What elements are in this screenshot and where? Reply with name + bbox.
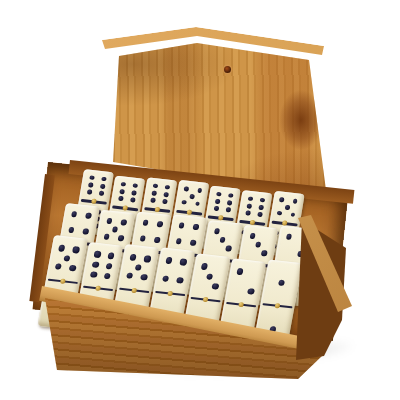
domino-half bbox=[225, 260, 266, 303]
pip-dot bbox=[165, 257, 173, 264]
pip-dot bbox=[162, 275, 170, 282]
pip-dot bbox=[144, 255, 152, 262]
brass-spinner bbox=[167, 291, 173, 296]
domino-half bbox=[175, 181, 209, 212]
pip-dot bbox=[126, 272, 134, 279]
brass-spinner bbox=[203, 297, 209, 302]
pip-dot bbox=[103, 273, 111, 280]
pip-dot bbox=[195, 201, 200, 206]
pip-dot bbox=[278, 279, 286, 286]
pip-dot bbox=[292, 199, 297, 204]
pip-dot bbox=[129, 254, 137, 261]
pip-dot bbox=[175, 238, 181, 244]
pip-dot bbox=[92, 261, 100, 268]
pip-dot bbox=[258, 205, 263, 210]
pip-dot bbox=[105, 263, 113, 270]
pip-dot bbox=[178, 222, 184, 228]
pip-dot bbox=[54, 263, 62, 270]
box-base bbox=[40, 160, 370, 390]
pip-dot bbox=[279, 197, 284, 202]
pip-dot bbox=[176, 277, 184, 284]
pip-dot bbox=[153, 183, 158, 188]
pip-dot bbox=[162, 199, 167, 204]
pip-dot bbox=[112, 227, 118, 233]
pip-dot bbox=[189, 194, 194, 199]
pip-dot bbox=[103, 234, 109, 240]
pip-dot bbox=[142, 220, 148, 226]
pip-dot bbox=[69, 265, 77, 272]
pip-dot bbox=[106, 218, 112, 224]
domino-half bbox=[154, 249, 195, 292]
pip-dot bbox=[130, 197, 135, 202]
pip-dot bbox=[247, 288, 255, 295]
pip-dot bbox=[227, 200, 232, 205]
pip-dot bbox=[83, 229, 89, 235]
brass-spinner bbox=[95, 285, 101, 290]
pip-dot bbox=[58, 245, 66, 252]
pip-dot bbox=[184, 187, 189, 192]
pip-dot bbox=[87, 189, 92, 194]
pip-dot bbox=[257, 212, 262, 217]
pip-dot bbox=[132, 183, 137, 188]
pip-dot bbox=[290, 212, 295, 217]
pip-dot bbox=[286, 234, 292, 240]
domino-half bbox=[189, 255, 230, 298]
pip-dot bbox=[246, 203, 251, 208]
pip-dot bbox=[197, 188, 202, 193]
pip-dot bbox=[214, 228, 220, 234]
pip-dot bbox=[118, 196, 123, 201]
pip-dot bbox=[73, 246, 81, 253]
domino-half bbox=[82, 244, 123, 287]
pip-dot bbox=[215, 199, 220, 204]
pip-dot bbox=[151, 191, 156, 196]
pip-dot bbox=[164, 185, 169, 190]
pip-dot bbox=[99, 191, 104, 196]
pip-dot bbox=[86, 213, 92, 219]
pip-dot bbox=[220, 237, 226, 243]
pip-dot bbox=[249, 233, 255, 239]
pip-dot bbox=[120, 182, 125, 187]
pip-dot bbox=[157, 221, 163, 227]
pip-dot bbox=[277, 211, 282, 216]
pip-dot bbox=[135, 264, 143, 271]
pip-dot bbox=[100, 184, 105, 189]
pip-dot bbox=[139, 236, 145, 242]
pip-dot bbox=[245, 210, 250, 215]
pip-dot bbox=[118, 235, 124, 241]
pip-dot bbox=[154, 237, 160, 243]
domino-half bbox=[111, 177, 145, 208]
domino-box-photo bbox=[0, 0, 400, 400]
pip-dot bbox=[94, 251, 102, 258]
brass-spinner bbox=[275, 303, 281, 308]
pip-dot bbox=[63, 255, 71, 262]
pip-dot bbox=[255, 242, 261, 248]
brass-spinner bbox=[238, 302, 244, 307]
pip-dot bbox=[180, 258, 188, 265]
pip-dot bbox=[228, 193, 233, 198]
domino-half bbox=[118, 246, 159, 289]
domino-half bbox=[167, 216, 207, 253]
domino-half bbox=[131, 213, 171, 250]
pip-dot bbox=[90, 271, 98, 278]
pip-dot bbox=[190, 240, 196, 246]
pip-dot bbox=[71, 211, 77, 217]
pip-dot bbox=[89, 175, 94, 180]
pip-dot bbox=[107, 252, 115, 259]
pip-dot bbox=[140, 274, 148, 281]
domino-half bbox=[238, 191, 272, 222]
pip-dot bbox=[163, 192, 168, 197]
pip-dot bbox=[260, 198, 265, 203]
domino-half bbox=[206, 187, 240, 218]
brass-spinner bbox=[60, 278, 66, 283]
domino-half bbox=[79, 170, 113, 201]
pip-dot bbox=[193, 224, 199, 230]
pip-dot bbox=[226, 246, 232, 252]
pip-dot bbox=[216, 192, 221, 197]
domino-half bbox=[47, 237, 88, 280]
pip-dot bbox=[261, 250, 267, 256]
pip-dot bbox=[206, 273, 214, 280]
pip-dot bbox=[200, 263, 208, 270]
pip-dot bbox=[214, 206, 219, 211]
pip-dot bbox=[248, 196, 253, 201]
pip-dot bbox=[226, 207, 231, 212]
domino-half bbox=[261, 261, 302, 304]
brass-spinner bbox=[131, 287, 137, 292]
pip-dot bbox=[88, 182, 93, 187]
pip-dot bbox=[121, 219, 127, 225]
pip-dot bbox=[68, 227, 74, 233]
pip-dot bbox=[212, 283, 220, 290]
pip-dot bbox=[131, 190, 136, 195]
pip-dot bbox=[101, 177, 106, 182]
hinge-pin-hole bbox=[224, 66, 231, 73]
pip-dot bbox=[150, 198, 155, 203]
pip-dot bbox=[119, 189, 124, 194]
pip-dot bbox=[236, 268, 244, 275]
pip-dot bbox=[285, 205, 290, 210]
domino-half bbox=[143, 178, 177, 209]
pip-dot bbox=[182, 200, 187, 205]
